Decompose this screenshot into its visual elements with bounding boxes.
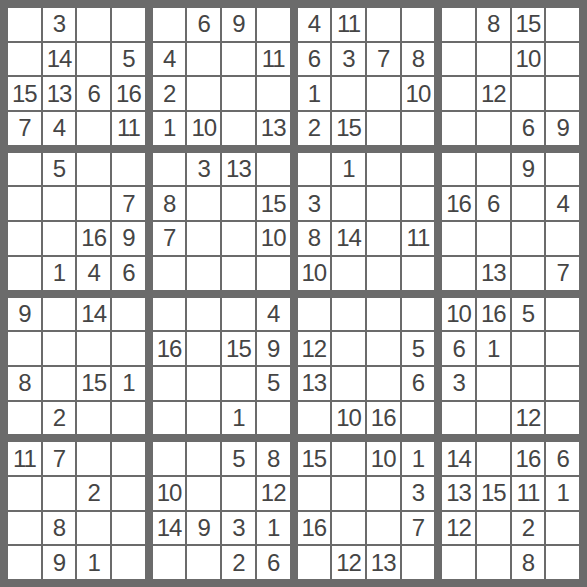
cell-r15c11[interactable]	[367, 512, 400, 545]
cell-r16c11[interactable]: 13	[367, 546, 400, 579]
cell-r9c5[interactable]	[153, 298, 186, 331]
box-r4c1: 1172891	[8, 442, 145, 579]
cell-r8c13[interactable]	[442, 257, 475, 290]
cell-r4c4[interactable]: 11	[112, 112, 145, 145]
cell-r1c1[interactable]	[8, 8, 41, 41]
cell-r6c9[interactable]: 3	[298, 187, 331, 220]
box-r2c1: 57169146	[8, 153, 145, 290]
cell-r8c11[interactable]	[367, 257, 400, 290]
cell-r10c8[interactable]: 9	[257, 332, 290, 365]
cell-r10c11[interactable]	[367, 332, 400, 365]
cell-r6c6[interactable]	[187, 187, 220, 220]
cell-r4c11[interactable]	[367, 112, 400, 145]
box-r4c2: 5810121493126	[153, 442, 290, 579]
cell-r2c4[interactable]: 5	[112, 43, 145, 76]
cell-r10c14[interactable]: 1	[477, 332, 510, 365]
cell-r15c2[interactable]: 8	[43, 512, 76, 545]
cell-r3c4[interactable]: 16	[112, 77, 145, 110]
cell-r13c6[interactable]	[187, 442, 220, 475]
cell-r8c5[interactable]	[153, 257, 186, 290]
cell-r13c11[interactable]: 10	[367, 442, 400, 475]
cell-r12c16[interactable]	[546, 402, 579, 435]
cell-r1c6[interactable]: 6	[187, 8, 220, 41]
cell-r16c16[interactable]	[546, 546, 579, 579]
cell-r11c7[interactable]	[222, 367, 255, 400]
cell-r9c12[interactable]	[402, 298, 435, 331]
cell-r15c6[interactable]: 9	[187, 512, 220, 545]
cell-r14c4[interactable]	[112, 477, 145, 510]
cell-r15c10[interactable]	[332, 512, 365, 545]
cell-r6c5[interactable]: 8	[153, 187, 186, 220]
cell-r10c2[interactable]	[43, 332, 76, 365]
cell-r4c1[interactable]: 7	[8, 112, 41, 145]
cell-r12c2[interactable]: 2	[43, 402, 76, 435]
cell-r11c10[interactable]	[332, 367, 365, 400]
cell-r5c13[interactable]	[442, 153, 475, 186]
cell-r12c1[interactable]	[8, 402, 41, 435]
cell-r11c3[interactable]: 15	[77, 367, 110, 400]
cell-r6c13[interactable]: 16	[442, 187, 475, 220]
cell-r14c1[interactable]	[8, 477, 41, 510]
cell-r2c13[interactable]	[442, 43, 475, 76]
cell-r5c11[interactable]	[367, 153, 400, 186]
cell-r11c8[interactable]: 5	[257, 367, 290, 400]
cell-r13c2[interactable]: 7	[43, 442, 76, 475]
cell-r3c2[interactable]: 13	[43, 77, 76, 110]
cell-r4c13[interactable]	[442, 112, 475, 145]
cell-r4c15[interactable]: 6	[512, 112, 545, 145]
cell-r6c8[interactable]: 15	[257, 187, 290, 220]
cell-r2c5[interactable]: 4	[153, 43, 186, 76]
cell-r1c8[interactable]	[257, 8, 290, 41]
cell-r1c9[interactable]: 4	[298, 8, 331, 41]
cell-r6c3[interactable]	[77, 187, 110, 220]
cell-r15c4[interactable]	[112, 512, 145, 545]
cell-r3c12[interactable]: 10	[402, 77, 435, 110]
cell-r2c2[interactable]: 14	[43, 43, 76, 76]
cell-r2c11[interactable]: 7	[367, 43, 400, 76]
cell-r12c15[interactable]: 12	[512, 402, 545, 435]
cell-r13c15[interactable]: 16	[512, 442, 545, 475]
cell-r8c10[interactable]	[332, 257, 365, 290]
cell-r10c13[interactable]: 6	[442, 332, 475, 365]
cell-r12c3[interactable]	[77, 402, 110, 435]
cell-r11c6[interactable]	[187, 367, 220, 400]
cell-r16c7[interactable]: 2	[222, 546, 255, 579]
cell-r15c12[interactable]: 7	[402, 512, 435, 545]
cell-r6c1[interactable]	[8, 187, 41, 220]
cell-r12c7[interactable]: 1	[222, 402, 255, 435]
cell-r10c15[interactable]	[512, 332, 545, 365]
cell-r13c14[interactable]	[477, 442, 510, 475]
cell-r13c4[interactable]	[112, 442, 145, 475]
cell-r7c10[interactable]: 14	[332, 222, 365, 255]
cell-r9c16[interactable]	[546, 298, 579, 331]
cell-r14c3[interactable]: 2	[77, 477, 110, 510]
cell-r4c10[interactable]: 15	[332, 112, 365, 145]
cell-r16c13[interactable]	[442, 546, 475, 579]
cell-r10c12[interactable]: 5	[402, 332, 435, 365]
cell-r9c2[interactable]	[43, 298, 76, 331]
cell-r7c2[interactable]	[43, 222, 76, 255]
cell-r16c6[interactable]	[187, 546, 220, 579]
cell-r12c13[interactable]	[442, 402, 475, 435]
cell-r2c12[interactable]: 8	[402, 43, 435, 76]
cell-r7c11[interactable]	[367, 222, 400, 255]
cell-r12c14[interactable]	[477, 402, 510, 435]
cell-r3c7[interactable]	[222, 77, 255, 110]
cell-r7c9[interactable]: 8	[298, 222, 331, 255]
cell-r4c8[interactable]: 13	[257, 112, 290, 145]
cell-r4c16[interactable]: 9	[546, 112, 579, 145]
cell-r10c6[interactable]	[187, 332, 220, 365]
cell-r14c13[interactable]: 13	[442, 477, 475, 510]
cell-r7c15[interactable]	[512, 222, 545, 255]
cell-r2c10[interactable]: 3	[332, 43, 365, 76]
cell-r3c13[interactable]	[442, 77, 475, 110]
cell-r10c4[interactable]	[112, 332, 145, 365]
cell-r16c4[interactable]	[112, 546, 145, 579]
cell-r11c4[interactable]: 1	[112, 367, 145, 400]
cell-r7c6[interactable]	[187, 222, 220, 255]
cell-r16c14[interactable]	[477, 546, 510, 579]
cell-r10c1[interactable]	[8, 332, 41, 365]
cell-r13c16[interactable]: 6	[546, 442, 579, 475]
cell-r5c14[interactable]	[477, 153, 510, 186]
cell-r15c15[interactable]: 2	[512, 512, 545, 545]
cell-r16c1[interactable]	[8, 546, 41, 579]
cell-r12c10[interactable]: 10	[332, 402, 365, 435]
cell-r6c14[interactable]: 6	[477, 187, 510, 220]
cell-r8c7[interactable]	[222, 257, 255, 290]
cell-r12c12[interactable]	[402, 402, 435, 435]
cell-r8c14[interactable]: 13	[477, 257, 510, 290]
cell-r7c14[interactable]	[477, 222, 510, 255]
cell-r1c7[interactable]: 9	[222, 8, 255, 41]
cell-r10c3[interactable]	[77, 332, 110, 365]
cell-r10c7[interactable]: 15	[222, 332, 255, 365]
cell-r8c6[interactable]	[187, 257, 220, 290]
cell-r3c3[interactable]: 6	[77, 77, 110, 110]
cell-r8c2[interactable]: 1	[43, 257, 76, 290]
box-r2c4: 91664137	[442, 153, 579, 290]
cell-r10c16[interactable]	[546, 332, 579, 365]
cell-r11c9[interactable]: 13	[298, 367, 331, 400]
box-r2c3: 138141110	[298, 153, 435, 290]
box-r3c1: 91481512	[8, 298, 145, 435]
cell-r6c16[interactable]: 4	[546, 187, 579, 220]
cell-r1c10[interactable]: 11	[332, 8, 365, 41]
cell-r5c16[interactable]	[546, 153, 579, 186]
cell-r1c5[interactable]	[153, 8, 186, 41]
cell-r11c13[interactable]: 3	[442, 367, 475, 400]
cell-r3c6[interactable]	[187, 77, 220, 110]
cell-r5c1[interactable]	[8, 153, 41, 186]
cell-r1c13[interactable]	[442, 8, 475, 41]
sudoku-board: 3145151361674116941121101341163781102158…	[0, 0, 587, 587]
cell-r9c8[interactable]: 4	[257, 298, 290, 331]
cell-r1c16[interactable]	[546, 8, 579, 41]
cell-r6c2[interactable]	[43, 187, 76, 220]
cell-r14c6[interactable]	[187, 477, 220, 510]
box-r3c2: 41615951	[153, 298, 290, 435]
cell-r13c10[interactable]	[332, 442, 365, 475]
cell-r13c9[interactable]: 15	[298, 442, 331, 475]
cell-r15c9[interactable]: 16	[298, 512, 331, 545]
cell-r3c9[interactable]: 1	[298, 77, 331, 110]
cell-r12c9[interactable]	[298, 402, 331, 435]
cell-r8c16[interactable]: 7	[546, 257, 579, 290]
cell-r6c10[interactable]	[332, 187, 365, 220]
cell-r16c3[interactable]: 1	[77, 546, 110, 579]
box-r3c4: 1016561312	[442, 298, 579, 435]
cell-r9c3[interactable]: 14	[77, 298, 110, 331]
cell-r11c12[interactable]: 6	[402, 367, 435, 400]
cell-r5c15[interactable]: 9	[512, 153, 545, 186]
cell-r11c5[interactable]	[153, 367, 186, 400]
cell-r14c10[interactable]	[332, 477, 365, 510]
cell-r7c16[interactable]	[546, 222, 579, 255]
box-r2c2: 313815710	[153, 153, 290, 290]
cell-r13c1[interactable]: 11	[8, 442, 41, 475]
cell-r2c16[interactable]	[546, 43, 579, 76]
cell-r13c7[interactable]: 5	[222, 442, 255, 475]
cell-r14c15[interactable]: 11	[512, 477, 545, 510]
cell-r2c14[interactable]	[477, 43, 510, 76]
cell-r7c1[interactable]	[8, 222, 41, 255]
cell-r15c13[interactable]: 12	[442, 512, 475, 545]
cell-r2c8[interactable]: 11	[257, 43, 290, 76]
cell-r1c2[interactable]: 3	[43, 8, 76, 41]
cell-r14c11[interactable]	[367, 477, 400, 510]
cell-r4c3[interactable]	[77, 112, 110, 145]
cell-r11c16[interactable]	[546, 367, 579, 400]
box-r4c3: 1510131671213	[298, 442, 435, 579]
cell-r13c12[interactable]: 1	[402, 442, 435, 475]
cell-r6c15[interactable]	[512, 187, 545, 220]
cell-r11c1[interactable]: 8	[8, 367, 41, 400]
cell-r14c8[interactable]: 12	[257, 477, 290, 510]
box-r1c4: 815101269	[442, 8, 579, 145]
cell-r9c13[interactable]: 10	[442, 298, 475, 331]
cell-r7c5[interactable]: 7	[153, 222, 186, 255]
cell-r2c3[interactable]	[77, 43, 110, 76]
cell-r2c1[interactable]	[8, 43, 41, 76]
cell-r3c10[interactable]	[332, 77, 365, 110]
cell-r6c11[interactable]	[367, 187, 400, 220]
cell-r12c5[interactable]	[153, 402, 186, 435]
cell-r9c1[interactable]: 9	[8, 298, 41, 331]
cell-r14c16[interactable]: 1	[546, 477, 579, 510]
box-r1c3: 4116378110215	[298, 8, 435, 145]
cell-r8c3[interactable]: 4	[77, 257, 110, 290]
cell-r12c8[interactable]	[257, 402, 290, 435]
cell-r14c2[interactable]	[43, 477, 76, 510]
cell-r1c14[interactable]: 8	[477, 8, 510, 41]
cell-r10c9[interactable]: 12	[298, 332, 331, 365]
cell-r2c7[interactable]	[222, 43, 255, 76]
cell-r4c2[interactable]: 4	[43, 112, 76, 145]
cell-r3c15[interactable]	[512, 77, 545, 110]
cell-r14c9[interactable]	[298, 477, 331, 510]
cell-r8c12[interactable]	[402, 257, 435, 290]
cell-r15c8[interactable]: 1	[257, 512, 290, 545]
cell-r11c2[interactable]	[43, 367, 76, 400]
cell-r5c3[interactable]	[77, 153, 110, 186]
cell-r6c4[interactable]: 7	[112, 187, 145, 220]
cell-r3c1[interactable]: 15	[8, 77, 41, 110]
box-r4c4: 1416613151111228	[442, 442, 579, 579]
cell-r7c4[interactable]: 9	[112, 222, 145, 255]
cell-r5c2[interactable]: 5	[43, 153, 76, 186]
cell-r16c8[interactable]: 6	[257, 546, 290, 579]
cell-r16c9[interactable]	[298, 546, 331, 579]
cell-r11c11[interactable]	[367, 367, 400, 400]
cell-r1c15[interactable]: 15	[512, 8, 545, 41]
cell-r10c10[interactable]	[332, 332, 365, 365]
cell-r3c11[interactable]	[367, 77, 400, 110]
cell-r1c4[interactable]	[112, 8, 145, 41]
cell-r8c4[interactable]: 6	[112, 257, 145, 290]
cell-r5c8[interactable]	[257, 153, 290, 186]
cell-r13c8[interactable]: 8	[257, 442, 290, 475]
cell-r1c11[interactable]	[367, 8, 400, 41]
cell-r13c3[interactable]	[77, 442, 110, 475]
cell-r9c14[interactable]: 16	[477, 298, 510, 331]
cell-r4c5[interactable]: 1	[153, 112, 186, 145]
cell-r9c6[interactable]	[187, 298, 220, 331]
cell-r5c7[interactable]: 13	[222, 153, 255, 186]
cell-r8c8[interactable]	[257, 257, 290, 290]
cell-r4c12[interactable]	[402, 112, 435, 145]
cell-r11c15[interactable]	[512, 367, 545, 400]
cell-r9c11[interactable]	[367, 298, 400, 331]
cell-r15c5[interactable]: 14	[153, 512, 186, 545]
cell-r16c2[interactable]: 9	[43, 546, 76, 579]
cell-r16c10[interactable]: 12	[332, 546, 365, 579]
cell-r14c14[interactable]: 15	[477, 477, 510, 510]
cell-r14c7[interactable]	[222, 477, 255, 510]
cell-r3c16[interactable]	[546, 77, 579, 110]
cell-r9c7[interactable]	[222, 298, 255, 331]
cell-r3c5[interactable]: 2	[153, 77, 186, 110]
cell-r7c8[interactable]: 10	[257, 222, 290, 255]
cell-r6c12[interactable]	[402, 187, 435, 220]
cell-r9c4[interactable]	[112, 298, 145, 331]
cell-r12c6[interactable]	[187, 402, 220, 435]
cell-r13c13[interactable]: 14	[442, 442, 475, 475]
cell-r8c15[interactable]	[512, 257, 545, 290]
cell-r15c1[interactable]	[8, 512, 41, 545]
cell-r3c8[interactable]	[257, 77, 290, 110]
cell-r7c3[interactable]: 16	[77, 222, 110, 255]
box-r1c1: 314515136167411	[8, 8, 145, 145]
cell-r16c5[interactable]	[153, 546, 186, 579]
cell-r15c14[interactable]	[477, 512, 510, 545]
cell-r1c12[interactable]	[402, 8, 435, 41]
cell-r8c1[interactable]	[8, 257, 41, 290]
cell-r1c3[interactable]	[77, 8, 110, 41]
cell-r16c15[interactable]: 8	[512, 546, 545, 579]
cell-r6c7[interactable]	[222, 187, 255, 220]
cell-r5c10[interactable]: 1	[332, 153, 365, 186]
cell-r5c12[interactable]	[402, 153, 435, 186]
box-r1c2: 69411211013	[153, 8, 290, 145]
cell-r9c10[interactable]	[332, 298, 365, 331]
cell-r11c14[interactable]	[477, 367, 510, 400]
cell-r4c9[interactable]: 2	[298, 112, 331, 145]
cell-r2c15[interactable]: 10	[512, 43, 545, 76]
cell-r2c9[interactable]: 6	[298, 43, 331, 76]
cell-r7c12[interactable]: 11	[402, 222, 435, 255]
cell-r3c14[interactable]: 12	[477, 77, 510, 110]
cell-r15c7[interactable]: 3	[222, 512, 255, 545]
cell-r15c16[interactable]	[546, 512, 579, 545]
cell-r15c3[interactable]	[77, 512, 110, 545]
cell-r5c5[interactable]	[153, 153, 186, 186]
cell-r7c13[interactable]	[442, 222, 475, 255]
cell-r14c5[interactable]: 10	[153, 477, 186, 510]
cell-r2c6[interactable]	[187, 43, 220, 76]
cell-r4c14[interactable]	[477, 112, 510, 145]
cell-r13c5[interactable]	[153, 442, 186, 475]
cell-r9c15[interactable]: 5	[512, 298, 545, 331]
cell-r5c6[interactable]: 3	[187, 153, 220, 186]
cell-r5c9[interactable]	[298, 153, 331, 186]
cell-r4c6[interactable]: 10	[187, 112, 220, 145]
cell-r12c11[interactable]: 16	[367, 402, 400, 435]
cell-r14c12[interactable]: 3	[402, 477, 435, 510]
cell-r9c9[interactable]	[298, 298, 331, 331]
cell-r8c9[interactable]: 10	[298, 257, 331, 290]
cell-r7c7[interactable]	[222, 222, 255, 255]
box-r3c3: 1251361016	[298, 298, 435, 435]
cell-r4c7[interactable]	[222, 112, 255, 145]
cell-r5c4[interactable]	[112, 153, 145, 186]
cell-r16c12[interactable]	[402, 546, 435, 579]
cell-r10c5[interactable]: 16	[153, 332, 186, 365]
cell-r12c4[interactable]	[112, 402, 145, 435]
